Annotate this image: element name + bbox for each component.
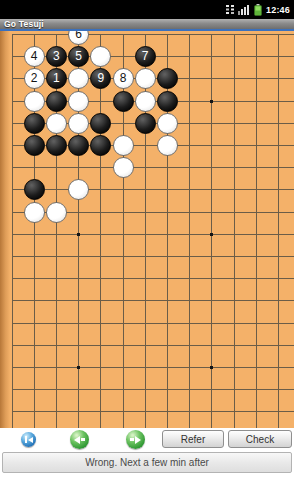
stone-white xyxy=(157,113,178,134)
stone-black xyxy=(157,68,178,89)
stone-black xyxy=(46,91,67,112)
grid-line-horizontal xyxy=(12,345,294,346)
grid-line-vertical xyxy=(256,34,257,428)
move-number: 7 xyxy=(142,47,149,66)
arrow-right-icon xyxy=(135,436,141,444)
grid-line-vertical xyxy=(234,34,235,428)
move-number: 4 xyxy=(31,47,38,66)
stone-black: 7 xyxy=(135,46,156,67)
network-icon xyxy=(226,5,234,14)
stone-black xyxy=(68,135,89,156)
stone-black xyxy=(90,113,111,134)
stone-white xyxy=(68,68,89,89)
grid-line-vertical xyxy=(278,34,279,428)
stone-black: 1 xyxy=(46,68,67,89)
move-number: 1 xyxy=(53,69,60,88)
stone-black: 9 xyxy=(90,68,111,89)
move-number: 6 xyxy=(75,31,82,44)
grid-line-vertical xyxy=(189,34,190,428)
grid-line-horizontal xyxy=(12,300,294,301)
android-status-bar: 12:46 xyxy=(0,0,294,19)
grid-line-horizontal xyxy=(12,367,294,368)
stone-white xyxy=(68,113,89,134)
arrow-left-icon xyxy=(74,436,80,444)
stone-black xyxy=(24,113,45,134)
grid-line-horizontal xyxy=(12,234,294,235)
refer-button[interactable]: Refer xyxy=(162,430,224,448)
stone-white xyxy=(68,91,89,112)
stone-black: 3 xyxy=(46,46,67,67)
stone-white: 8 xyxy=(113,68,134,89)
stone-white: 2 xyxy=(24,68,45,89)
star-point xyxy=(210,233,213,236)
stone-black: 5 xyxy=(68,46,89,67)
app-title: Go Tesuji xyxy=(4,19,44,29)
skip-to-start-icon xyxy=(25,436,27,443)
star-point xyxy=(77,233,80,236)
grid-line-vertical xyxy=(100,34,101,428)
move-number: 5 xyxy=(75,47,82,66)
first-problem-button[interactable] xyxy=(21,432,36,447)
status-time: 12:46 xyxy=(266,5,290,15)
star-point xyxy=(77,366,80,369)
app-screen: 12:46 Go Tesuji 643572198 Refer Check Wr… xyxy=(0,0,294,500)
next-button[interactable] xyxy=(126,430,145,449)
stone-black xyxy=(90,135,111,156)
stone-white xyxy=(157,135,178,156)
move-number: 3 xyxy=(53,47,60,66)
signal-strength-icon xyxy=(238,5,250,15)
stone-white: 4 xyxy=(24,46,45,67)
star-point xyxy=(210,366,213,369)
controls-panel: Refer Check Wrong. Next a few min after xyxy=(0,428,294,500)
stone-white xyxy=(135,91,156,112)
grid-line-horizontal xyxy=(12,278,294,279)
stone-white xyxy=(90,46,111,67)
grid-line-horizontal xyxy=(12,389,294,390)
battery-icon xyxy=(254,4,262,16)
star-point xyxy=(210,100,213,103)
grid-line-vertical xyxy=(12,34,13,428)
move-number: 8 xyxy=(120,69,127,88)
go-board[interactable]: 643572198 xyxy=(0,31,294,428)
stone-black xyxy=(157,91,178,112)
prev-button[interactable] xyxy=(70,430,89,449)
grid-line-horizontal xyxy=(12,256,294,257)
grid-line-horizontal xyxy=(12,167,294,168)
stone-white xyxy=(46,113,67,134)
app-title-bar: Go Tesuji xyxy=(0,19,294,31)
stone-white xyxy=(24,91,45,112)
grid-line-vertical xyxy=(211,34,212,428)
status-message: Wrong. Next a few min after xyxy=(2,452,292,473)
stone-white xyxy=(68,179,89,200)
stone-black xyxy=(113,91,134,112)
grid-line-horizontal xyxy=(12,411,294,412)
stone-white xyxy=(24,202,45,223)
stone-white: 6 xyxy=(68,31,89,45)
check-button[interactable]: Check xyxy=(228,430,292,448)
stone-black xyxy=(24,135,45,156)
stone-white xyxy=(113,157,134,178)
move-number: 9 xyxy=(97,69,104,88)
stone-white xyxy=(113,135,134,156)
grid-line-horizontal xyxy=(12,34,294,35)
stone-black xyxy=(24,179,45,200)
stone-white xyxy=(135,68,156,89)
move-number: 2 xyxy=(31,69,38,88)
stone-black xyxy=(46,135,67,156)
grid-line-horizontal xyxy=(12,189,294,190)
stone-white xyxy=(46,202,67,223)
stone-black xyxy=(135,113,156,134)
grid-line-horizontal xyxy=(12,323,294,324)
